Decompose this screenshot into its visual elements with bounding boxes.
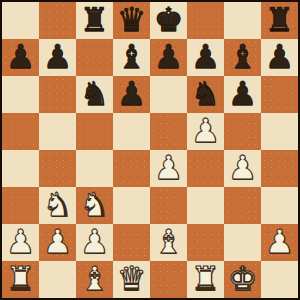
square-f2[interactable] [187, 224, 224, 261]
square-g2[interactable] [224, 224, 261, 261]
square-b8[interactable] [39, 2, 76, 39]
black-pawn[interactable]: ♟ [43, 40, 73, 73]
square-g5[interactable] [224, 113, 261, 150]
square-e3[interactable] [150, 187, 187, 224]
square-h1[interactable] [261, 261, 298, 298]
black-bishop[interactable]: ♝ [228, 40, 258, 73]
square-c1[interactable]: ♝ [76, 261, 113, 298]
square-a8[interactable] [2, 2, 39, 39]
square-e5[interactable] [150, 113, 187, 150]
square-f1[interactable]: ♜ [187, 261, 224, 298]
square-h4[interactable] [261, 150, 298, 187]
white-rook[interactable]: ♜ [6, 262, 36, 295]
square-f6[interactable]: ♞ [187, 76, 224, 113]
square-d7[interactable]: ♝ [113, 39, 150, 76]
square-b1[interactable] [39, 261, 76, 298]
black-king[interactable]: ♚ [154, 3, 184, 36]
square-h2[interactable]: ♟ [261, 224, 298, 261]
white-rook[interactable]: ♜ [191, 262, 221, 295]
black-pawn[interactable]: ♟ [228, 77, 258, 110]
square-a3[interactable] [2, 187, 39, 224]
square-b2[interactable]: ♟ [39, 224, 76, 261]
white-bishop[interactable]: ♝ [80, 262, 110, 295]
square-d5[interactable] [113, 113, 150, 150]
black-pawn[interactable]: ♟ [6, 40, 36, 73]
square-a5[interactable] [2, 113, 39, 150]
square-a2[interactable]: ♟ [2, 224, 39, 261]
black-rook[interactable]: ♜ [265, 3, 295, 36]
square-d6[interactable]: ♟ [113, 76, 150, 113]
black-pawn[interactable]: ♟ [265, 40, 295, 73]
square-a1[interactable]: ♜ [2, 261, 39, 298]
white-pawn[interactable]: ♟ [191, 114, 221, 147]
white-queen[interactable]: ♛ [117, 262, 147, 295]
black-pawn[interactable]: ♟ [154, 40, 184, 73]
black-rook[interactable]: ♜ [80, 3, 110, 36]
square-b7[interactable]: ♟ [39, 39, 76, 76]
white-pawn[interactable]: ♟ [6, 225, 36, 258]
square-h8[interactable]: ♜ [261, 2, 298, 39]
square-g7[interactable]: ♝ [224, 39, 261, 76]
square-c7[interactable] [76, 39, 113, 76]
square-g4[interactable]: ♟ [224, 150, 261, 187]
white-knight[interactable]: ♞ [43, 188, 73, 221]
square-c3[interactable]: ♞ [76, 187, 113, 224]
square-e7[interactable]: ♟ [150, 39, 187, 76]
square-f4[interactable] [187, 150, 224, 187]
square-g6[interactable]: ♟ [224, 76, 261, 113]
square-c6[interactable]: ♞ [76, 76, 113, 113]
black-pawn[interactable]: ♟ [117, 77, 147, 110]
square-e8[interactable]: ♚ [150, 2, 187, 39]
square-g3[interactable] [224, 187, 261, 224]
square-h6[interactable] [261, 76, 298, 113]
square-f8[interactable] [187, 2, 224, 39]
square-b5[interactable] [39, 113, 76, 150]
square-d8[interactable]: ♛ [113, 2, 150, 39]
square-b3[interactable]: ♞ [39, 187, 76, 224]
white-pawn[interactable]: ♟ [265, 225, 295, 258]
white-bishop[interactable]: ♝ [154, 225, 184, 258]
square-c2[interactable]: ♟ [76, 224, 113, 261]
white-pawn[interactable]: ♟ [228, 151, 258, 184]
black-bishop[interactable]: ♝ [117, 40, 147, 73]
square-e6[interactable] [150, 76, 187, 113]
square-b4[interactable] [39, 150, 76, 187]
white-pawn[interactable]: ♟ [154, 151, 184, 184]
square-d3[interactable] [113, 187, 150, 224]
square-e1[interactable] [150, 261, 187, 298]
square-c8[interactable]: ♜ [76, 2, 113, 39]
square-e2[interactable]: ♝ [150, 224, 187, 261]
square-a7[interactable]: ♟ [2, 39, 39, 76]
square-a6[interactable] [2, 76, 39, 113]
black-queen[interactable]: ♛ [117, 3, 147, 36]
square-f7[interactable]: ♟ [187, 39, 224, 76]
square-a4[interactable] [2, 150, 39, 187]
square-b6[interactable] [39, 76, 76, 113]
square-c4[interactable] [76, 150, 113, 187]
square-h7[interactable]: ♟ [261, 39, 298, 76]
black-pawn[interactable]: ♟ [191, 40, 221, 73]
white-pawn[interactable]: ♟ [43, 225, 73, 258]
square-d1[interactable]: ♛ [113, 261, 150, 298]
black-knight[interactable]: ♞ [80, 77, 110, 110]
white-knight[interactable]: ♞ [80, 188, 110, 221]
square-f5[interactable]: ♟ [187, 113, 224, 150]
white-king[interactable]: ♚ [228, 262, 258, 295]
chess-board: ♜♛♚♜♟♟♝♟♟♝♟♞♟♞♟♟♟♟♞♞♟♟♟♝♟♜♝♛♜♚ [0, 0, 300, 300]
square-c5[interactable] [76, 113, 113, 150]
black-knight[interactable]: ♞ [191, 77, 221, 110]
square-h5[interactable] [261, 113, 298, 150]
square-f3[interactable] [187, 187, 224, 224]
square-d4[interactable] [113, 150, 150, 187]
square-g8[interactable] [224, 2, 261, 39]
square-e4[interactable]: ♟ [150, 150, 187, 187]
square-g1[interactable]: ♚ [224, 261, 261, 298]
white-pawn[interactable]: ♟ [80, 225, 110, 258]
square-d2[interactable] [113, 224, 150, 261]
square-h3[interactable] [261, 187, 298, 224]
